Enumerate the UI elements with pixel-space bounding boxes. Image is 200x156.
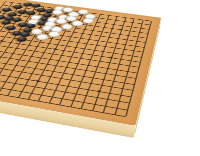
hoshi-star-point: [97, 90, 101, 93]
photo-background: [0, 0, 200, 156]
grid-line-horizontal: [0, 46, 137, 73]
hoshi-star-point: [36, 79, 40, 81]
grid-line-vertical: [81, 16, 118, 108]
hoshi-star-point: [109, 56, 113, 58]
white-stone: [35, 33, 49, 40]
grid-line-horizontal: [0, 56, 134, 85]
go-board: [0, 0, 161, 126]
grid-line-horizontal: [0, 51, 136, 79]
grid-line-horizontal: [0, 61, 132, 91]
grid-line-horizontal: [0, 72, 129, 104]
board-grid: [0, 1, 151, 116]
grid-line-horizontal: [0, 66, 131, 97]
hoshi-star-point: [53, 48, 57, 50]
black-stone: [16, 36, 28, 42]
